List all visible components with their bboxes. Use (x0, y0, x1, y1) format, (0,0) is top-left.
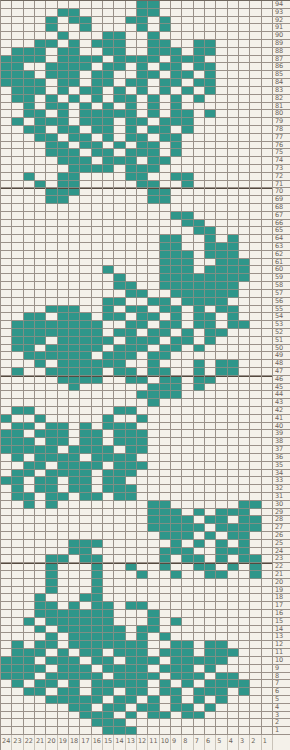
chart-cell-empty (228, 657, 239, 665)
chart-cell-empty (228, 719, 239, 727)
chart-cell-filled (126, 149, 137, 157)
chart-cell-empty (228, 9, 239, 17)
chart-cell-empty (1, 462, 12, 470)
chart-cell-filled (126, 110, 137, 118)
chart-cell-empty (103, 563, 114, 571)
chart-cell-empty (262, 118, 273, 126)
chart-cell-empty (171, 727, 182, 735)
chart-cell-filled (1, 430, 12, 438)
chart-cell-empty (46, 165, 57, 173)
chart-cell-empty (137, 243, 148, 251)
chart-cell-empty (103, 181, 114, 189)
chart-cell-empty (58, 602, 69, 610)
chart-cell-empty (126, 548, 137, 556)
chart-cell-empty (228, 212, 239, 220)
chart-cell-filled (24, 71, 35, 79)
chart-cell-empty (58, 532, 69, 540)
chart-cell-empty (12, 204, 23, 212)
chart-cell-empty (262, 485, 273, 493)
chart-cell-empty (12, 376, 23, 384)
chart-cell-empty (137, 212, 148, 220)
chart-cell-empty (24, 485, 35, 493)
chart-cell-empty (171, 40, 182, 48)
chart-cell-empty (228, 501, 239, 509)
chart-cell-filled (58, 149, 69, 157)
row-label: 79 (273, 118, 290, 126)
chart-cell-filled (126, 407, 137, 415)
chart-cell-empty (194, 438, 205, 446)
chart-cell-empty (24, 24, 35, 32)
chart-cell-filled (137, 149, 148, 157)
row-label: 5 (273, 696, 290, 704)
chart-cell-empty (69, 227, 80, 235)
chart-cell-filled (194, 298, 205, 306)
chart-cell-empty (137, 555, 148, 563)
chart-cell-empty (1, 24, 12, 32)
chart-cell-empty (262, 719, 273, 727)
chart-cell-empty (182, 579, 193, 587)
chart-cell-empty (194, 641, 205, 649)
chart-cell-filled (12, 430, 23, 438)
chart-cell-empty (228, 454, 239, 462)
chart-cell-empty (137, 352, 148, 360)
chart-cell-empty (103, 227, 114, 235)
chart-cell-empty (137, 259, 148, 267)
chart-cell-empty (24, 641, 35, 649)
chart-cell-filled (58, 329, 69, 337)
chart-cell-empty (160, 493, 171, 501)
chart-cell-empty (46, 548, 57, 556)
chart-cell-empty (262, 298, 273, 306)
chart-cell-empty (194, 602, 205, 610)
chart-cell-filled (148, 1, 159, 9)
chart-cell-filled (69, 462, 80, 470)
chart-cell-empty (182, 204, 193, 212)
chart-cell-filled (171, 149, 182, 157)
row-label: 52 (273, 329, 290, 337)
chart-cell-empty (58, 524, 69, 532)
chart-cell-filled (182, 665, 193, 673)
chart-cell-filled (46, 40, 57, 48)
chart-cell-filled (114, 48, 125, 56)
chart-cell-empty (69, 407, 80, 415)
chart-cell-empty (228, 618, 239, 626)
chart-cell-empty (205, 626, 216, 634)
chart-cell-empty (114, 587, 125, 595)
chart-cell-filled (35, 40, 46, 48)
chart-cell-empty (194, 1, 205, 9)
chart-cell-empty (58, 579, 69, 587)
chart-cell-empty (46, 266, 57, 274)
row-label: 11 (273, 649, 290, 657)
chart-cell-empty (239, 462, 250, 470)
chart-cell-empty (182, 462, 193, 470)
chart-cell-filled (171, 142, 182, 150)
chart-cell-filled (24, 493, 35, 501)
chart-cell-empty (262, 188, 273, 196)
chart-cell-empty (80, 227, 91, 235)
chart-cell-empty (12, 181, 23, 189)
chart-cell-empty (228, 196, 239, 204)
chart-cell-empty (171, 196, 182, 204)
chart-cell-filled (171, 110, 182, 118)
chart-cell-empty (12, 501, 23, 509)
chart-cell-filled (137, 306, 148, 314)
chart-cell-empty (182, 391, 193, 399)
chart-cell-empty (35, 727, 46, 735)
chart-cell-filled (137, 571, 148, 579)
chart-cell-filled (114, 282, 125, 290)
chart-cell-empty (205, 719, 216, 727)
chart-cell-empty (35, 618, 46, 626)
chart-cell-empty (182, 594, 193, 602)
chart-cell-empty (250, 196, 261, 204)
chart-cell-filled (80, 649, 91, 657)
chart-cell-empty (35, 391, 46, 399)
chart-cell-filled (103, 157, 114, 165)
chart-cell-filled (103, 103, 114, 111)
chart-cell-empty (103, 462, 114, 470)
chart-cell-filled (80, 626, 91, 634)
chart-cell-filled (137, 118, 148, 126)
chart-cell-filled (46, 368, 57, 376)
chart-cell-empty (1, 587, 12, 595)
chart-cell-empty (239, 641, 250, 649)
chart-cell-empty (137, 719, 148, 727)
chart-cell-empty (114, 399, 125, 407)
chart-cell-empty (250, 626, 261, 634)
chart-cell-filled (228, 563, 239, 571)
chart-cell-empty (239, 345, 250, 353)
chart-cell-empty (114, 657, 125, 665)
chart-cell-empty (160, 587, 171, 595)
chart-cell-empty (262, 204, 273, 212)
chart-cell-filled (114, 430, 125, 438)
row-label: 34 (273, 470, 290, 478)
chart-cell-filled (148, 48, 159, 56)
chart-cell-filled (24, 618, 35, 626)
chart-cell-empty (160, 727, 171, 735)
chart-cell-empty (114, 165, 125, 173)
chart-cell-empty (69, 235, 80, 243)
row-label: 78 (273, 126, 290, 134)
chart-cell-empty (126, 196, 137, 204)
column-label: 8 (182, 735, 193, 750)
chart-cell-empty (205, 126, 216, 134)
chart-cell-filled (24, 321, 35, 329)
chart-cell-empty (262, 423, 273, 431)
chart-cell-filled (69, 352, 80, 360)
chart-cell-empty (182, 24, 193, 32)
chart-cell-empty (148, 376, 159, 384)
chart-cell-empty (250, 665, 261, 673)
chart-cell-filled (171, 688, 182, 696)
chart-cell-empty (103, 56, 114, 64)
chart-cell-filled (137, 63, 148, 71)
chart-cell-empty (216, 157, 227, 165)
row-label: 89 (273, 40, 290, 48)
chart-cell-filled (194, 696, 205, 704)
chart-cell-filled (205, 290, 216, 298)
chart-cell-filled (24, 470, 35, 478)
chart-cell-filled (114, 345, 125, 353)
column-label: 10 (160, 735, 171, 750)
column-label: 3 (239, 735, 250, 750)
chart-cell-empty (114, 321, 125, 329)
chart-cell-filled (228, 243, 239, 251)
chart-cell-filled (12, 423, 23, 431)
row-label: 2 (273, 719, 290, 727)
chart-cell-empty (228, 118, 239, 126)
chart-cell-empty (216, 196, 227, 204)
chart-cell-empty (35, 227, 46, 235)
chart-cell-empty (171, 165, 182, 173)
chart-cell-filled (228, 251, 239, 259)
chart-cell-filled (171, 548, 182, 556)
chart-cell-empty (35, 196, 46, 204)
chart-cell-filled (126, 430, 137, 438)
row-label: 81 (273, 103, 290, 111)
chart-cell-empty (126, 384, 137, 392)
chart-cell-empty (126, 719, 137, 727)
chart-cell-filled (126, 290, 137, 298)
chart-cell-empty (262, 563, 273, 571)
chart-cell-filled (205, 274, 216, 282)
chart-cell-empty (69, 509, 80, 517)
chart-cell-empty (103, 345, 114, 353)
chart-cell-empty (205, 32, 216, 40)
chart-cell-filled (24, 103, 35, 111)
chart-cell-filled (92, 594, 103, 602)
chart-cell-empty (35, 63, 46, 71)
chart-cell-empty (35, 563, 46, 571)
chart-cell-empty (205, 1, 216, 9)
chart-cell-empty (35, 696, 46, 704)
chart-cell-empty (1, 204, 12, 212)
chart-cell-empty (205, 212, 216, 220)
chart-cell-filled (58, 454, 69, 462)
chart-cell-filled (69, 165, 80, 173)
chart-cell-empty (194, 251, 205, 259)
chart-cell-empty (24, 196, 35, 204)
chart-cell-empty (205, 103, 216, 111)
chart-cell-empty (69, 204, 80, 212)
chart-cell-empty (194, 415, 205, 423)
row-label: 76 (273, 142, 290, 150)
chart-cell-empty (69, 391, 80, 399)
chart-cell-empty (262, 407, 273, 415)
chart-cell-filled (239, 548, 250, 556)
chart-cell-filled (126, 485, 137, 493)
chart-cell-filled (80, 134, 91, 142)
chart-cell-empty (92, 399, 103, 407)
chart-cell-empty (12, 712, 23, 720)
chart-cell-empty (262, 548, 273, 556)
chart-cell-filled (69, 548, 80, 556)
chart-cell-empty (182, 696, 193, 704)
chart-cell-empty (182, 727, 193, 735)
chart-cell-empty (239, 220, 250, 228)
chart-cell-filled (46, 563, 57, 571)
chart-cell-empty (160, 470, 171, 478)
chart-cell-empty (239, 134, 250, 142)
row-label: 50 (273, 345, 290, 353)
chart-cell-empty (126, 313, 137, 321)
chart-cell-filled (194, 95, 205, 103)
chart-cell-empty (205, 9, 216, 17)
chart-cell-empty (160, 290, 171, 298)
chart-cell-filled (228, 548, 239, 556)
row-label: 23 (273, 555, 290, 563)
chart-cell-empty (12, 251, 23, 259)
chart-cell-empty (148, 306, 159, 314)
chart-cell-empty (205, 540, 216, 548)
chart-cell-empty (92, 470, 103, 478)
chart-cell-empty (160, 446, 171, 454)
chart-cell-empty (228, 40, 239, 48)
chart-cell-filled (171, 345, 182, 353)
chart-cell-empty (35, 673, 46, 681)
chart-cell-empty (262, 157, 273, 165)
chart-cell-empty (205, 204, 216, 212)
chart-cell-filled (58, 48, 69, 56)
chart-cell-empty (1, 610, 12, 618)
chart-cell-empty (194, 579, 205, 587)
chart-cell-empty (24, 220, 35, 228)
chart-cell-filled (80, 165, 91, 173)
chart-cell-filled (114, 454, 125, 462)
chart-cell-empty (250, 173, 261, 181)
chart-cell-empty (262, 142, 273, 150)
chart-cell-empty (228, 462, 239, 470)
chart-cell-filled (12, 48, 23, 56)
chart-cell-filled (92, 610, 103, 618)
chart-cell-filled (137, 142, 148, 150)
chart-cell-empty (262, 274, 273, 282)
chart-cell-empty (1, 641, 12, 649)
chart-cell-filled (160, 266, 171, 274)
chart-cell-filled (69, 126, 80, 134)
chart-cell-empty (24, 555, 35, 563)
chart-cell-filled (1, 56, 12, 64)
chart-cell-empty (228, 345, 239, 353)
chart-cell-filled (126, 649, 137, 657)
column-label: 9 (171, 735, 182, 750)
chart-cell-empty (148, 602, 159, 610)
chart-cell-empty (262, 32, 273, 40)
chart-cell-empty (228, 579, 239, 587)
chart-cell-empty (126, 251, 137, 259)
chart-cell-empty (250, 493, 261, 501)
chart-cell-empty (126, 235, 137, 243)
chart-cell-filled (250, 555, 261, 563)
chart-cell-filled (92, 430, 103, 438)
chart-cell-empty (69, 243, 80, 251)
chart-cell-empty (262, 360, 273, 368)
chart-cell-empty (126, 212, 137, 220)
chart-cell-empty (262, 649, 273, 657)
chart-cell-empty (194, 17, 205, 25)
chart-cell-empty (69, 196, 80, 204)
chart-cell-filled (194, 227, 205, 235)
chart-cell-filled (228, 680, 239, 688)
chart-cell-filled (58, 9, 69, 17)
row-label: 1 (273, 727, 290, 735)
chart-cell-empty (114, 290, 125, 298)
chart-cell-empty (148, 290, 159, 298)
chart-cell-empty (216, 399, 227, 407)
chart-cell-empty (137, 227, 148, 235)
chart-cell-empty (35, 142, 46, 150)
chart-cell-filled (92, 95, 103, 103)
chart-cell-empty (35, 493, 46, 501)
chart-cell-filled (92, 321, 103, 329)
chart-cell-empty (205, 446, 216, 454)
chart-cell-empty (114, 563, 125, 571)
chart-cell-filled (182, 266, 193, 274)
chart-cell-filled (24, 56, 35, 64)
chart-cell-empty (250, 509, 261, 517)
chart-cell-empty (250, 485, 261, 493)
chart-cell-filled (171, 524, 182, 532)
chart-cell-empty (171, 423, 182, 431)
chart-cell-empty (182, 40, 193, 48)
row-label: 7 (273, 680, 290, 688)
chart-cell-filled (58, 103, 69, 111)
chart-cell-empty (69, 501, 80, 509)
chart-cell-empty (194, 103, 205, 111)
chart-cell-empty (24, 509, 35, 517)
chart-cell-empty (148, 282, 159, 290)
chart-cell-empty (216, 337, 227, 345)
chart-cell-filled (182, 298, 193, 306)
chart-cell-filled (80, 110, 91, 118)
chart-cell-filled (182, 290, 193, 298)
chart-cell-empty (92, 391, 103, 399)
chart-cell-empty (35, 509, 46, 517)
chart-cell-filled (216, 243, 227, 251)
chart-cell-filled (24, 673, 35, 681)
chart-cell-empty (137, 407, 148, 415)
chart-cell-empty (137, 329, 148, 337)
chart-cell-empty (194, 352, 205, 360)
chart-cell-filled (171, 103, 182, 111)
chart-cell-empty (92, 282, 103, 290)
chart-cell-empty (160, 407, 171, 415)
chart-cell-empty (1, 40, 12, 48)
chart-cell-filled (160, 509, 171, 517)
chart-cell-filled (126, 306, 137, 314)
chart-cell-empty (126, 1, 137, 9)
chart-cell-filled (148, 696, 159, 704)
chart-cell-filled (12, 368, 23, 376)
chart-cell-filled (114, 329, 125, 337)
chart-cell-filled (46, 118, 57, 126)
chart-cell-filled (58, 71, 69, 79)
chart-cell-empty (12, 157, 23, 165)
chart-cell-empty (262, 79, 273, 87)
chart-cell-empty (92, 665, 103, 673)
chart-cell-empty (12, 548, 23, 556)
chart-cell-filled (92, 149, 103, 157)
chart-cell-empty (1, 274, 12, 282)
chart-cell-empty (148, 63, 159, 71)
chart-cell-filled (137, 680, 148, 688)
chart-cell-filled (171, 649, 182, 657)
chart-cell-empty (24, 626, 35, 634)
chart-cell-filled (1, 438, 12, 446)
chart-cell-empty (216, 446, 227, 454)
